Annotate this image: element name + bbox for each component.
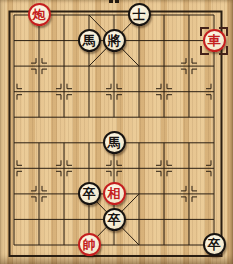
piece-black-soldier[interactable]: 卒 — [203, 233, 226, 256]
piece-red-cannon[interactable]: 炮 — [28, 3, 51, 26]
piece-glyph: 炮 — [33, 5, 46, 24]
piece-red-chariot[interactable]: 車 — [203, 29, 226, 52]
piece-black-horse[interactable]: 馬 — [103, 131, 126, 154]
piece-glyph: 將 — [108, 31, 121, 50]
piece-black-horse[interactable]: 馬 — [78, 29, 101, 52]
clipped-artifact — [109, 0, 113, 3]
piece-glyph: 車 — [208, 31, 221, 50]
piece-glyph: 卒 — [108, 209, 121, 228]
piece-glyph: 馬 — [83, 31, 96, 50]
piece-glyph: 相 — [108, 184, 121, 203]
piece-layer: 炮士馬將車馬卒相卒帥卒 — [2, 2, 227, 258]
xiangqi-board[interactable]: 炮士馬將車馬卒相卒帥卒 — [0, 0, 233, 264]
piece-glyph: 卒 — [208, 235, 221, 254]
piece-glyph: 馬 — [108, 133, 121, 152]
piece-glyph: 帥 — [83, 235, 96, 254]
piece-black-advisor[interactable]: 士 — [128, 3, 151, 26]
piece-black-soldier[interactable]: 卒 — [78, 182, 101, 205]
piece-red-general[interactable]: 帥 — [78, 233, 101, 256]
piece-black-general[interactable]: 將 — [103, 29, 126, 52]
piece-glyph: 士 — [133, 5, 146, 24]
piece-glyph: 卒 — [83, 184, 96, 203]
piece-black-soldier[interactable]: 卒 — [103, 208, 126, 231]
piece-red-elephant[interactable]: 相 — [103, 182, 126, 205]
clipped-artifact — [115, 0, 119, 3]
